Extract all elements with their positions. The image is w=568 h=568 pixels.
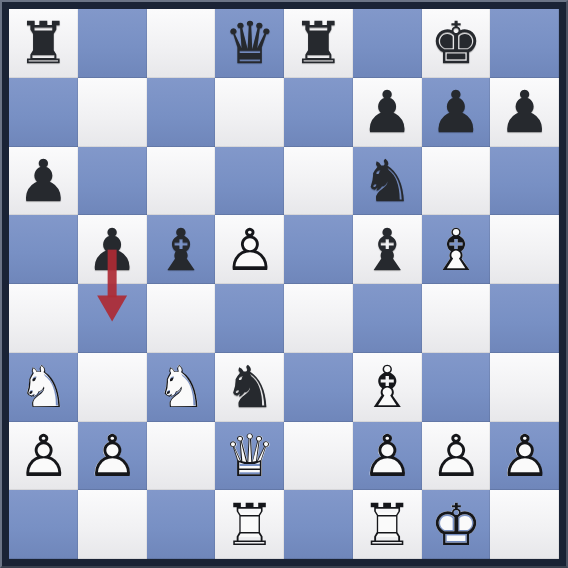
black-pawn-piece[interactable]: ♟ (78, 215, 147, 284)
square-c5[interactable]: ♝ (147, 215, 216, 284)
square-b1[interactable] (78, 490, 147, 559)
square-g1[interactable]: ♚♔ (422, 490, 491, 559)
square-a4[interactable] (9, 284, 78, 353)
black-piece-fill-glyph: ♜ (17, 14, 69, 72)
piece-outline-glyph: ♖ (361, 496, 413, 554)
white-knight-piece[interactable]: ♞♘ (147, 353, 216, 422)
white-pawn-piece[interactable]: ♟♙ (490, 422, 559, 491)
black-knight-piece[interactable]: ♞ (215, 353, 284, 422)
square-f1[interactable]: ♜♖ (353, 490, 422, 559)
black-pawn-piece[interactable]: ♟ (9, 147, 78, 216)
black-piece-fill-glyph: ♜ (292, 14, 344, 72)
black-pawn-piece[interactable]: ♟ (422, 78, 491, 147)
square-e8[interactable]: ♜ (284, 9, 353, 78)
piece-outline-glyph: ♘ (155, 358, 207, 416)
square-f5[interactable]: ♝ (353, 215, 422, 284)
piece-outline-glyph: ♙ (361, 427, 413, 485)
piece-outline-glyph: ♙ (86, 427, 138, 485)
square-a7[interactable] (9, 78, 78, 147)
square-h2[interactable]: ♟♙ (490, 422, 559, 491)
square-e5[interactable] (284, 215, 353, 284)
square-f8[interactable] (353, 9, 422, 78)
black-queen-piece[interactable]: ♛ (215, 9, 284, 78)
square-h4[interactable] (490, 284, 559, 353)
black-piece-fill-glyph: ♛ (224, 14, 276, 72)
black-piece-fill-glyph: ♝ (155, 221, 207, 279)
square-d2[interactable]: ♛♕ (215, 422, 284, 491)
black-bishop-piece[interactable]: ♝ (147, 215, 216, 284)
piece-outline-glyph: ♙ (430, 427, 482, 485)
black-piece-fill-glyph: ♝ (361, 221, 413, 279)
square-g4[interactable] (422, 284, 491, 353)
white-pawn-piece[interactable]: ♟♙ (215, 215, 284, 284)
square-g6[interactable] (422, 147, 491, 216)
square-c1[interactable] (147, 490, 216, 559)
white-pawn-piece[interactable]: ♟♙ (422, 422, 491, 491)
piece-outline-glyph: ♙ (499, 427, 551, 485)
square-e3[interactable] (284, 353, 353, 422)
board-frame: ♜♛♜♚♟♟♟♟♞♟♝♟♙♝♝♗♞♘♞♘♞♝♗♟♙♟♙♛♕♟♙♟♙♟♙♜♖♜♖♚… (0, 0, 568, 568)
square-e4[interactable] (284, 284, 353, 353)
square-e6[interactable] (284, 147, 353, 216)
square-d1[interactable]: ♜♖ (215, 490, 284, 559)
white-king-piece[interactable]: ♚♔ (422, 490, 491, 559)
black-knight-piece[interactable]: ♞ (353, 147, 422, 216)
white-pawn-piece[interactable]: ♟♙ (78, 422, 147, 491)
black-piece-fill-glyph: ♟ (17, 152, 69, 210)
square-b5[interactable]: ♟ (78, 215, 147, 284)
square-h7[interactable]: ♟ (490, 78, 559, 147)
piece-outline-glyph: ♖ (224, 496, 276, 554)
square-a5[interactable] (9, 215, 78, 284)
square-a6[interactable]: ♟ (9, 147, 78, 216)
square-g3[interactable] (422, 353, 491, 422)
piece-outline-glyph: ♕ (224, 427, 276, 485)
square-h3[interactable] (490, 353, 559, 422)
square-b6[interactable] (78, 147, 147, 216)
black-piece-fill-glyph: ♟ (499, 83, 551, 141)
piece-outline-glyph: ♙ (17, 427, 69, 485)
square-c8[interactable] (147, 9, 216, 78)
square-d7[interactable] (215, 78, 284, 147)
black-piece-fill-glyph: ♚ (430, 14, 482, 72)
piece-outline-glyph: ♗ (361, 358, 413, 416)
square-h5[interactable] (490, 215, 559, 284)
square-d3[interactable]: ♞ (215, 353, 284, 422)
square-f7[interactable]: ♟ (353, 78, 422, 147)
black-rook-piece[interactable]: ♜ (9, 9, 78, 78)
square-a3[interactable]: ♞♘ (9, 353, 78, 422)
square-f3[interactable]: ♝♗ (353, 353, 422, 422)
black-piece-fill-glyph: ♟ (430, 83, 482, 141)
black-piece-fill-glyph: ♟ (361, 83, 413, 141)
black-king-piece[interactable]: ♚ (422, 9, 491, 78)
black-rook-piece[interactable]: ♜ (284, 9, 353, 78)
white-bishop-piece[interactable]: ♝♗ (353, 353, 422, 422)
white-rook-piece[interactable]: ♜♖ (215, 490, 284, 559)
black-pawn-piece[interactable]: ♟ (490, 78, 559, 147)
square-a1[interactable] (9, 490, 78, 559)
square-d5[interactable]: ♟♙ (215, 215, 284, 284)
piece-outline-glyph: ♗ (430, 221, 482, 279)
white-pawn-piece[interactable]: ♟♙ (9, 422, 78, 491)
square-g5[interactable]: ♝♗ (422, 215, 491, 284)
white-knight-piece[interactable]: ♞♘ (9, 353, 78, 422)
square-e2[interactable] (284, 422, 353, 491)
piece-outline-glyph: ♘ (17, 358, 69, 416)
square-b3[interactable] (78, 353, 147, 422)
square-c7[interactable] (147, 78, 216, 147)
square-c3[interactable]: ♞♘ (147, 353, 216, 422)
white-pawn-piece[interactable]: ♟♙ (353, 422, 422, 491)
square-f2[interactable]: ♟♙ (353, 422, 422, 491)
white-queen-piece[interactable]: ♛♕ (215, 422, 284, 491)
piece-outline-glyph: ♔ (430, 496, 482, 554)
square-c2[interactable] (147, 422, 216, 491)
chess-board[interactable]: ♜♛♜♚♟♟♟♟♞♟♝♟♙♝♝♗♞♘♞♘♞♝♗♟♙♟♙♛♕♟♙♟♙♟♙♜♖♜♖♚… (9, 9, 559, 559)
square-d6[interactable] (215, 147, 284, 216)
black-pawn-piece[interactable]: ♟ (353, 78, 422, 147)
square-c6[interactable] (147, 147, 216, 216)
square-g8[interactable]: ♚ (422, 9, 491, 78)
piece-outline-glyph: ♙ (224, 221, 276, 279)
square-b2[interactable]: ♟♙ (78, 422, 147, 491)
square-h1[interactable] (490, 490, 559, 559)
square-e1[interactable] (284, 490, 353, 559)
black-bishop-piece[interactable]: ♝ (353, 215, 422, 284)
black-piece-fill-glyph: ♟ (86, 221, 138, 279)
square-d4[interactable] (215, 284, 284, 353)
square-a2[interactable]: ♟♙ (9, 422, 78, 491)
white-bishop-piece[interactable]: ♝♗ (422, 215, 491, 284)
black-piece-fill-glyph: ♞ (361, 152, 413, 210)
square-h8[interactable] (490, 9, 559, 78)
square-f6[interactable]: ♞ (353, 147, 422, 216)
square-d8[interactable]: ♛ (215, 9, 284, 78)
square-a8[interactable]: ♜ (9, 9, 78, 78)
black-piece-fill-glyph: ♞ (224, 358, 276, 416)
square-c4[interactable] (147, 284, 216, 353)
square-b7[interactable] (78, 78, 147, 147)
square-b4[interactable] (78, 284, 147, 353)
square-h6[interactable] (490, 147, 559, 216)
square-f4[interactable] (353, 284, 422, 353)
square-g2[interactable]: ♟♙ (422, 422, 491, 491)
square-b8[interactable] (78, 9, 147, 78)
square-e7[interactable] (284, 78, 353, 147)
white-rook-piece[interactable]: ♜♖ (353, 490, 422, 559)
square-g7[interactable]: ♟ (422, 78, 491, 147)
